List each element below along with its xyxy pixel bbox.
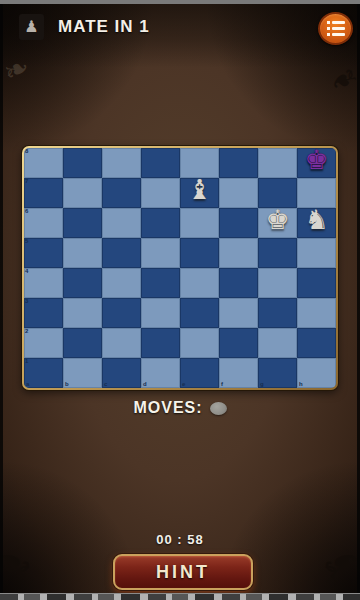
square-a6[interactable]: 6	[24, 208, 63, 238]
square-f7[interactable]	[219, 178, 258, 208]
rank-label-2: 2	[25, 328, 28, 335]
square-c5[interactable]	[102, 238, 141, 268]
rank-label-3: 3	[25, 298, 28, 305]
square-e6[interactable]	[180, 208, 219, 238]
timer: 00 : 58	[0, 532, 360, 547]
square-g5[interactable]	[258, 238, 297, 268]
rank-label-4: 4	[25, 268, 28, 275]
moves-row: MOVES:	[0, 399, 360, 417]
square-f1[interactable]: f	[219, 358, 258, 388]
square-g3[interactable]	[258, 298, 297, 328]
file-label-f: f	[221, 381, 223, 388]
square-c3[interactable]	[102, 298, 141, 328]
square-d3[interactable]	[141, 298, 180, 328]
chess-board[interactable]: 8♚7♝6♚♞54321abcdefgh	[24, 148, 336, 388]
square-h7[interactable]	[297, 178, 336, 208]
piece-white-king-g6[interactable]: ♚	[258, 205, 297, 235]
square-e7[interactable]: ♝	[180, 178, 219, 208]
square-d1[interactable]: d	[141, 358, 180, 388]
square-a8[interactable]: 8	[24, 148, 63, 178]
square-a2[interactable]: 2	[24, 328, 63, 358]
square-h5[interactable]	[297, 238, 336, 268]
square-d5[interactable]	[141, 238, 180, 268]
square-h1[interactable]: h	[297, 358, 336, 388]
menu-button[interactable]	[318, 12, 353, 45]
square-h2[interactable]	[297, 328, 336, 358]
file-label-d: d	[143, 381, 147, 388]
square-d6[interactable]	[141, 208, 180, 238]
square-h3[interactable]	[297, 298, 336, 328]
move-indicator-dot	[210, 402, 227, 415]
square-e2[interactable]	[180, 328, 219, 358]
square-f4[interactable]	[219, 268, 258, 298]
square-b5[interactable]	[63, 238, 102, 268]
rank-label-8: 8	[25, 148, 28, 155]
square-d2[interactable]	[141, 328, 180, 358]
chess-board-frame: 8♚7♝6♚♞54321abcdefgh	[22, 146, 338, 390]
square-b7[interactable]	[63, 178, 102, 208]
square-c8[interactable]	[102, 148, 141, 178]
file-label-h: h	[299, 381, 303, 388]
status-bar	[0, 0, 360, 4]
rank-label-1: 1	[25, 358, 28, 365]
square-h4[interactable]	[297, 268, 336, 298]
square-g6[interactable]: ♚	[258, 208, 297, 238]
file-label-b: b	[65, 381, 69, 388]
bottom-banner-strip	[0, 593, 360, 600]
square-a7[interactable]: 7	[24, 178, 63, 208]
square-f3[interactable]	[219, 298, 258, 328]
square-d4[interactable]	[141, 268, 180, 298]
square-b2[interactable]	[63, 328, 102, 358]
moves-label: MOVES:	[133, 399, 202, 417]
piece-white-bishop-e7[interactable]: ♝	[180, 175, 219, 205]
square-a1[interactable]: 1a	[24, 358, 63, 388]
square-b6[interactable]	[63, 208, 102, 238]
app-bar: ♟ MATE IN 1	[0, 4, 360, 68]
hint-button-label: HINT	[156, 562, 210, 583]
square-b8[interactable]	[63, 148, 102, 178]
square-h8[interactable]: ♚	[297, 148, 336, 178]
square-f6[interactable]	[219, 208, 258, 238]
square-b3[interactable]	[63, 298, 102, 328]
square-c1[interactable]: c	[102, 358, 141, 388]
square-a5[interactable]: 5	[24, 238, 63, 268]
square-f2[interactable]	[219, 328, 258, 358]
square-g7[interactable]	[258, 178, 297, 208]
piece-black-king-h8[interactable]: ♚	[297, 148, 336, 175]
list-icon	[327, 27, 345, 30]
square-f8[interactable]	[219, 148, 258, 178]
square-a4[interactable]: 4	[24, 268, 63, 298]
file-label-g: g	[260, 381, 264, 388]
hint-button[interactable]: HINT	[113, 554, 253, 590]
square-h6[interactable]: ♞	[297, 208, 336, 238]
square-a3[interactable]: 3	[24, 298, 63, 328]
square-c6[interactable]	[102, 208, 141, 238]
list-icon	[327, 21, 345, 24]
piece-white-knight-h6[interactable]: ♞	[297, 205, 336, 235]
file-label-e: e	[182, 381, 185, 388]
square-c7[interactable]	[102, 178, 141, 208]
list-icon	[327, 33, 345, 36]
rank-label-6: 6	[25, 208, 28, 215]
square-e1[interactable]: e	[180, 358, 219, 388]
left-frame-strip	[0, 0, 3, 600]
square-b1[interactable]: b	[63, 358, 102, 388]
file-label-c: c	[104, 381, 107, 388]
pawn-icon: ♟	[19, 14, 44, 40]
square-f5[interactable]	[219, 238, 258, 268]
square-g2[interactable]	[258, 328, 297, 358]
square-d7[interactable]	[141, 178, 180, 208]
square-g4[interactable]	[258, 268, 297, 298]
square-b4[interactable]	[63, 268, 102, 298]
square-g1[interactable]: g	[258, 358, 297, 388]
rank-label-7: 7	[25, 178, 28, 185]
puzzle-screen: ❧ ❧ ❧ ❧ ♟ MATE IN 1 8♚7♝6♚♞54321abcdefgh…	[0, 0, 360, 600]
square-d8[interactable]	[141, 148, 180, 178]
square-g8[interactable]	[258, 148, 297, 178]
rank-label-5: 5	[25, 238, 28, 245]
square-e4[interactable]	[180, 268, 219, 298]
square-e3[interactable]	[180, 298, 219, 328]
file-label-a: a	[26, 381, 29, 388]
square-e5[interactable]	[180, 238, 219, 268]
square-c4[interactable]	[102, 268, 141, 298]
square-c2[interactable]	[102, 328, 141, 358]
square-e8[interactable]	[180, 148, 219, 178]
page-title: MATE IN 1	[58, 17, 150, 37]
